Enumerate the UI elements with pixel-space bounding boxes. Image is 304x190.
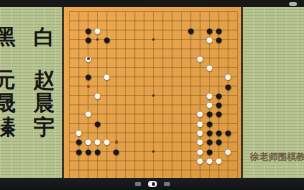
- black-name-char: 元: [0, 69, 17, 91]
- top-right-mark: [289, 2, 297, 6]
- channel-watermark: 徐老师围棋教室: [250, 151, 304, 164]
- black-name-char: 晟: [0, 92, 17, 114]
- last-move-marker: [83, 53, 92, 62]
- player-control-left-icon[interactable]: [135, 182, 141, 186]
- video-frame: 白 赵 晨 宇 黑 元 晟 溱 ●●●●●●●●●●●●●●●●●●●●●●●●…: [0, 0, 304, 190]
- player-control-right-icon[interactable]: [164, 182, 170, 186]
- red-marker-dot: [83, 81, 92, 90]
- play-toggle-icon[interactable]: [148, 181, 157, 188]
- red-marker-dot: [111, 137, 120, 146]
- black-color-label: 黑: [0, 26, 17, 48]
- white-name-char: 赵: [32, 69, 56, 91]
- black-name-char: 溱: [0, 116, 17, 138]
- white-name-char: 宇: [32, 116, 56, 138]
- white-color-label: 白: [32, 26, 56, 48]
- markers-layer: [65, 7, 242, 184]
- white-name-char: 晨: [32, 92, 56, 114]
- go-board: ●●●●●●●●●●●●●●●●●●●●●●●●●●●●●●●●●●●●●●●●…: [64, 7, 241, 178]
- top-letterbox-bar: [0, 0, 304, 7]
- player-control-bar: [0, 178, 304, 190]
